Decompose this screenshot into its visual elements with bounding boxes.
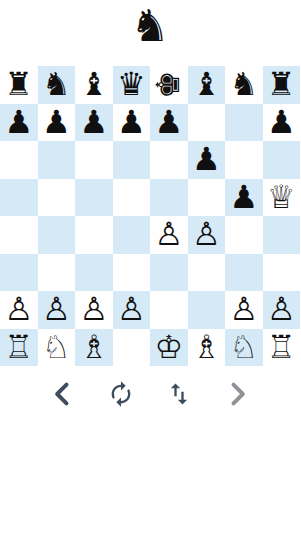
square-c4[interactable] xyxy=(75,216,113,254)
square-f3[interactable] xyxy=(188,254,226,292)
square-b7[interactable]: ♟ xyxy=(38,104,76,142)
piece-P-e4: ♙ xyxy=(154,216,183,254)
piece-R-h1: ♖ xyxy=(267,329,296,367)
square-e5[interactable] xyxy=(150,179,188,217)
square-f1[interactable]: ♗ xyxy=(188,329,226,367)
square-a3[interactable] xyxy=(0,254,38,292)
square-c2[interactable]: ♙ xyxy=(75,291,113,329)
piece-r-a8: ♜ xyxy=(4,66,33,104)
square-f4[interactable]: ♙ xyxy=(188,216,226,254)
square-a1[interactable]: ♖ xyxy=(0,329,38,367)
square-d5[interactable] xyxy=(113,179,151,217)
piece-P-g2: ♙ xyxy=(229,291,258,329)
restart-button[interactable] xyxy=(107,380,135,408)
square-e1[interactable]: ♔ xyxy=(150,329,188,367)
piece-Q-h5: ♕ xyxy=(267,179,296,217)
piece-p-g5: ♟ xyxy=(229,179,258,217)
square-b5[interactable] xyxy=(38,179,76,217)
square-h5[interactable]: ♕ xyxy=(263,179,301,217)
knight-logo-icon: ♞ xyxy=(0,2,300,50)
square-c3[interactable] xyxy=(75,254,113,292)
square-g5[interactable]: ♟ xyxy=(225,179,263,217)
chevron-left-icon xyxy=(49,380,77,408)
square-g1[interactable]: ♘ xyxy=(225,329,263,367)
piece-N-b1: ♘ xyxy=(42,329,71,367)
piece-P-d2: ♙ xyxy=(117,291,146,329)
square-d8[interactable]: ♛ xyxy=(113,66,151,104)
square-g6[interactable] xyxy=(225,141,263,179)
piece-p-f6: ♟ xyxy=(192,141,221,179)
chess-board: ♜♞♝♛♚♝♞♜♟♟♟♟♟♟♟♟♕♙♙♙♙♙♙♙♙♖♘♗♔♗♘♖ xyxy=(0,66,300,366)
square-e8[interactable]: ♚ xyxy=(150,66,188,104)
square-h3[interactable] xyxy=(263,254,301,292)
move-controls xyxy=(0,374,300,414)
square-c7[interactable]: ♟ xyxy=(75,104,113,142)
square-c8[interactable]: ♝ xyxy=(75,66,113,104)
piece-p-h7: ♟ xyxy=(267,104,296,142)
square-e2[interactable] xyxy=(150,291,188,329)
square-a5[interactable] xyxy=(0,179,38,217)
square-g8[interactable]: ♞ xyxy=(225,66,263,104)
forward-button[interactable] xyxy=(223,380,251,408)
chevron-right-icon xyxy=(223,380,251,408)
square-h1[interactable]: ♖ xyxy=(263,329,301,367)
square-b6[interactable] xyxy=(38,141,76,179)
square-a6[interactable] xyxy=(0,141,38,179)
square-g2[interactable]: ♙ xyxy=(225,291,263,329)
square-h4[interactable] xyxy=(263,216,301,254)
piece-P-f4: ♙ xyxy=(192,216,221,254)
square-d4[interactable] xyxy=(113,216,151,254)
square-f2[interactable] xyxy=(188,291,226,329)
square-d6[interactable] xyxy=(113,141,151,179)
square-d2[interactable]: ♙ xyxy=(113,291,151,329)
swap-vertical-icon xyxy=(165,380,193,408)
square-h7[interactable]: ♟ xyxy=(263,104,301,142)
piece-k-e8: ♚ xyxy=(150,70,188,99)
square-h6[interactable] xyxy=(263,141,301,179)
square-f8[interactable]: ♝ xyxy=(188,66,226,104)
square-a7[interactable]: ♟ xyxy=(0,104,38,142)
piece-r-h8: ♜ xyxy=(267,66,296,104)
square-d3[interactable] xyxy=(113,254,151,292)
square-f7[interactable] xyxy=(188,104,226,142)
square-c6[interactable] xyxy=(75,141,113,179)
square-b2[interactable]: ♙ xyxy=(38,291,76,329)
piece-N-g1: ♘ xyxy=(229,329,258,367)
square-g7[interactable] xyxy=(225,104,263,142)
square-b1[interactable]: ♘ xyxy=(38,329,76,367)
square-e4[interactable]: ♙ xyxy=(150,216,188,254)
square-g3[interactable] xyxy=(225,254,263,292)
piece-P-b2: ♙ xyxy=(42,291,71,329)
square-a8[interactable]: ♜ xyxy=(0,66,38,104)
square-b3[interactable] xyxy=(38,254,76,292)
square-c1[interactable]: ♗ xyxy=(75,329,113,367)
piece-P-a2: ♙ xyxy=(4,291,33,329)
square-e6[interactable] xyxy=(150,141,188,179)
square-e7[interactable]: ♟ xyxy=(150,104,188,142)
square-f6[interactable]: ♟ xyxy=(188,141,226,179)
chess-app-screen: ♞ ♜♞♝♛♚♝♞♜♟♟♟♟♟♟♟♟♕♙♙♙♙♙♙♙♙♖♘♗♔♗♘♖ xyxy=(0,0,300,533)
square-a4[interactable] xyxy=(0,216,38,254)
square-a2[interactable]: ♙ xyxy=(0,291,38,329)
piece-n-g8: ♞ xyxy=(229,66,258,104)
square-g4[interactable] xyxy=(225,216,263,254)
square-d7[interactable]: ♟ xyxy=(113,104,151,142)
flip-board-button[interactable] xyxy=(165,380,193,408)
piece-p-a7: ♟ xyxy=(4,104,33,142)
piece-q-d8: ♛ xyxy=(117,66,146,104)
back-button[interactable] xyxy=(49,380,77,408)
piece-b-f8: ♝ xyxy=(192,66,221,104)
piece-P-h2: ♙ xyxy=(267,291,296,329)
square-h2[interactable]: ♙ xyxy=(263,291,301,329)
piece-p-b7: ♟ xyxy=(42,104,71,142)
square-f5[interactable] xyxy=(188,179,226,217)
square-h8[interactable]: ♜ xyxy=(263,66,301,104)
piece-p-d7: ♟ xyxy=(117,104,146,142)
square-e3[interactable] xyxy=(150,254,188,292)
piece-b-c8: ♝ xyxy=(79,66,108,104)
piece-B-f1: ♗ xyxy=(192,329,221,367)
square-c5[interactable] xyxy=(75,179,113,217)
piece-p-e7: ♟ xyxy=(154,104,183,142)
square-d1[interactable] xyxy=(113,329,151,367)
refresh-icon xyxy=(107,380,135,408)
piece-P-c2: ♙ xyxy=(79,291,108,329)
piece-K-e1: ♔ xyxy=(154,329,183,367)
square-b4[interactable] xyxy=(38,216,76,254)
piece-R-a1: ♖ xyxy=(4,329,33,367)
square-b8[interactable]: ♞ xyxy=(38,66,76,104)
piece-B-c1: ♗ xyxy=(79,329,108,367)
piece-p-c7: ♟ xyxy=(79,104,108,142)
piece-n-b8: ♞ xyxy=(42,66,71,104)
